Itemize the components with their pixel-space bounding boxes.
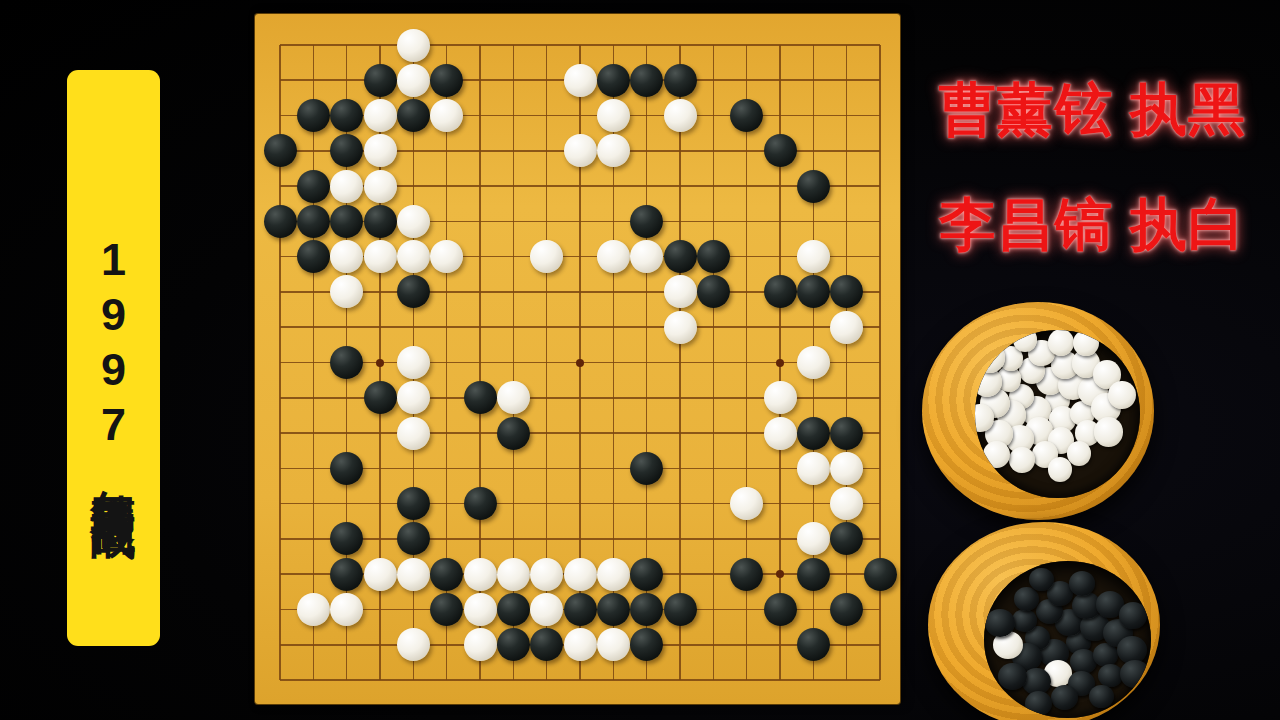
white-player-caption: 李昌镐 执白 bbox=[905, 187, 1280, 264]
white-stone bbox=[830, 452, 863, 485]
white-stone bbox=[630, 240, 663, 273]
black-stone bbox=[397, 99, 430, 132]
white-stone bbox=[397, 628, 430, 661]
black-stone bbox=[697, 275, 730, 308]
black-stone bbox=[864, 558, 897, 591]
white-stone bbox=[364, 240, 397, 273]
black-stone bbox=[464, 487, 497, 520]
bowl-black-stone bbox=[1093, 643, 1118, 666]
black-stone bbox=[830, 417, 863, 450]
bowl-black-stone bbox=[1089, 685, 1114, 708]
white-stone bbox=[397, 240, 430, 273]
video-frame-background: 1997年韩国最高位战 曹薰铉 执黑 李昌镐 执白 bbox=[0, 0, 1280, 720]
bowl-black-stone bbox=[998, 663, 1026, 690]
black-stone bbox=[564, 593, 597, 626]
black-stone bbox=[330, 452, 363, 485]
bowl-white-stone bbox=[1094, 417, 1124, 447]
bowl-black-stone bbox=[1051, 685, 1078, 710]
white-stone bbox=[530, 593, 563, 626]
white-stone bbox=[397, 417, 430, 450]
black-stone bbox=[330, 558, 363, 591]
black-stone bbox=[297, 240, 330, 273]
bowl-black-stone bbox=[985, 609, 1015, 637]
grid-line bbox=[280, 679, 880, 681]
black-stone bbox=[297, 99, 330, 132]
black-stone bbox=[430, 64, 463, 97]
white-stone bbox=[830, 311, 863, 344]
white-stone bbox=[764, 381, 797, 414]
black-stone-bowl bbox=[928, 522, 1160, 720]
black-stone bbox=[730, 99, 763, 132]
black-stone bbox=[397, 275, 430, 308]
white-stone bbox=[764, 417, 797, 450]
black-stone bbox=[430, 558, 463, 591]
black-stone bbox=[497, 417, 530, 450]
black-stone bbox=[264, 134, 297, 167]
black-stone bbox=[397, 487, 430, 520]
white-stone bbox=[397, 29, 430, 62]
black-stone bbox=[330, 346, 363, 379]
go-board bbox=[255, 14, 900, 704]
bowl-white-stone bbox=[975, 342, 1004, 372]
black-stone bbox=[697, 240, 730, 273]
white-stone bbox=[730, 487, 763, 520]
black-stone bbox=[630, 64, 663, 97]
black-stone bbox=[630, 205, 663, 238]
bowl-white-stone bbox=[1108, 381, 1136, 410]
bowl-white-stone bbox=[983, 441, 1009, 468]
white-stone bbox=[564, 64, 597, 97]
grid-line bbox=[280, 538, 880, 540]
black-stone bbox=[464, 381, 497, 414]
white-stone bbox=[597, 628, 630, 661]
black-stone bbox=[797, 417, 830, 450]
black-stone bbox=[797, 628, 830, 661]
white-stone bbox=[797, 452, 830, 485]
white-stone bbox=[397, 64, 430, 97]
white-stone bbox=[364, 134, 397, 167]
black-stone bbox=[264, 205, 297, 238]
black-stone bbox=[364, 205, 397, 238]
white-stone bbox=[597, 558, 630, 591]
white-stone bbox=[397, 558, 430, 591]
bowl-black-stone bbox=[1025, 691, 1052, 716]
white-stone bbox=[330, 240, 363, 273]
white-stone bbox=[664, 311, 697, 344]
black-stone bbox=[797, 275, 830, 308]
black-stone bbox=[530, 628, 563, 661]
white-stone bbox=[330, 170, 363, 203]
white-stone bbox=[497, 381, 530, 414]
black-stone bbox=[764, 275, 797, 308]
event-title-text: 1997年韩国最高位战 bbox=[91, 234, 136, 482]
white-stone bbox=[564, 134, 597, 167]
white-stone bbox=[597, 99, 630, 132]
white-stone bbox=[797, 346, 830, 379]
black-stone bbox=[664, 240, 697, 273]
black-stone bbox=[664, 593, 697, 626]
white-stone bbox=[397, 346, 430, 379]
white-stone bbox=[564, 558, 597, 591]
black-bowl-opening bbox=[984, 561, 1151, 718]
black-stone bbox=[430, 593, 463, 626]
white-stone bbox=[397, 205, 430, 238]
black-stone bbox=[630, 593, 663, 626]
bowl-black-stone bbox=[1120, 660, 1150, 688]
white-stone bbox=[497, 558, 530, 591]
black-stone bbox=[330, 99, 363, 132]
white-stone bbox=[797, 522, 830, 555]
star-point bbox=[376, 359, 384, 367]
star-point bbox=[776, 359, 784, 367]
grid-line bbox=[679, 45, 681, 680]
black-player-caption: 曹薰铉 执黑 bbox=[905, 72, 1280, 149]
grid-line bbox=[846, 45, 848, 680]
black-stone bbox=[764, 134, 797, 167]
black-stone bbox=[830, 522, 863, 555]
black-stone bbox=[297, 205, 330, 238]
black-stone bbox=[364, 64, 397, 97]
black-stone bbox=[397, 522, 430, 555]
black-stone bbox=[364, 381, 397, 414]
black-stone bbox=[764, 593, 797, 626]
black-stone bbox=[730, 558, 763, 591]
white-stone bbox=[564, 628, 597, 661]
grid-line bbox=[280, 503, 880, 505]
white-stone bbox=[530, 558, 563, 591]
white-stone bbox=[664, 275, 697, 308]
black-stone bbox=[497, 628, 530, 661]
black-stone bbox=[630, 558, 663, 591]
grid-line bbox=[713, 45, 715, 680]
white-stone bbox=[430, 240, 463, 273]
white-stone bbox=[597, 240, 630, 273]
grid-line bbox=[280, 468, 880, 470]
white-stone-bowl bbox=[922, 302, 1154, 520]
white-stone bbox=[430, 99, 463, 132]
bowl-black-stone bbox=[1014, 587, 1039, 610]
black-stone bbox=[830, 275, 863, 308]
black-stone bbox=[330, 134, 363, 167]
bowl-white-stone bbox=[1048, 457, 1073, 482]
white-stone bbox=[464, 593, 497, 626]
white-stone bbox=[364, 99, 397, 132]
black-stone bbox=[630, 628, 663, 661]
black-stone bbox=[597, 593, 630, 626]
black-stone bbox=[497, 593, 530, 626]
star-point bbox=[576, 359, 584, 367]
white-bowl-opening bbox=[975, 330, 1140, 498]
black-stone bbox=[664, 64, 697, 97]
black-stone bbox=[330, 205, 363, 238]
white-stone bbox=[664, 99, 697, 132]
white-stone bbox=[330, 593, 363, 626]
white-stone bbox=[364, 170, 397, 203]
star-point bbox=[776, 570, 784, 578]
white-stone bbox=[364, 558, 397, 591]
white-stone bbox=[597, 134, 630, 167]
black-stone bbox=[830, 593, 863, 626]
white-stone bbox=[464, 558, 497, 591]
bowl-black-stone bbox=[1012, 609, 1037, 632]
black-stone bbox=[630, 452, 663, 485]
black-stone bbox=[297, 170, 330, 203]
black-stone bbox=[797, 170, 830, 203]
black-stone bbox=[597, 64, 630, 97]
black-stone bbox=[797, 558, 830, 591]
white-stone bbox=[464, 628, 497, 661]
bowl-white-stone bbox=[1009, 447, 1035, 474]
white-stone bbox=[797, 240, 830, 273]
bowl-black-stone bbox=[1119, 602, 1147, 629]
black-stone bbox=[330, 522, 363, 555]
event-title-banner: 1997年韩国最高位战 bbox=[67, 70, 160, 646]
white-stone bbox=[330, 275, 363, 308]
white-stone bbox=[397, 381, 430, 414]
bowl-black-stone bbox=[1069, 571, 1096, 596]
white-stone bbox=[830, 487, 863, 520]
white-stone bbox=[297, 593, 330, 626]
white-stone bbox=[530, 240, 563, 273]
